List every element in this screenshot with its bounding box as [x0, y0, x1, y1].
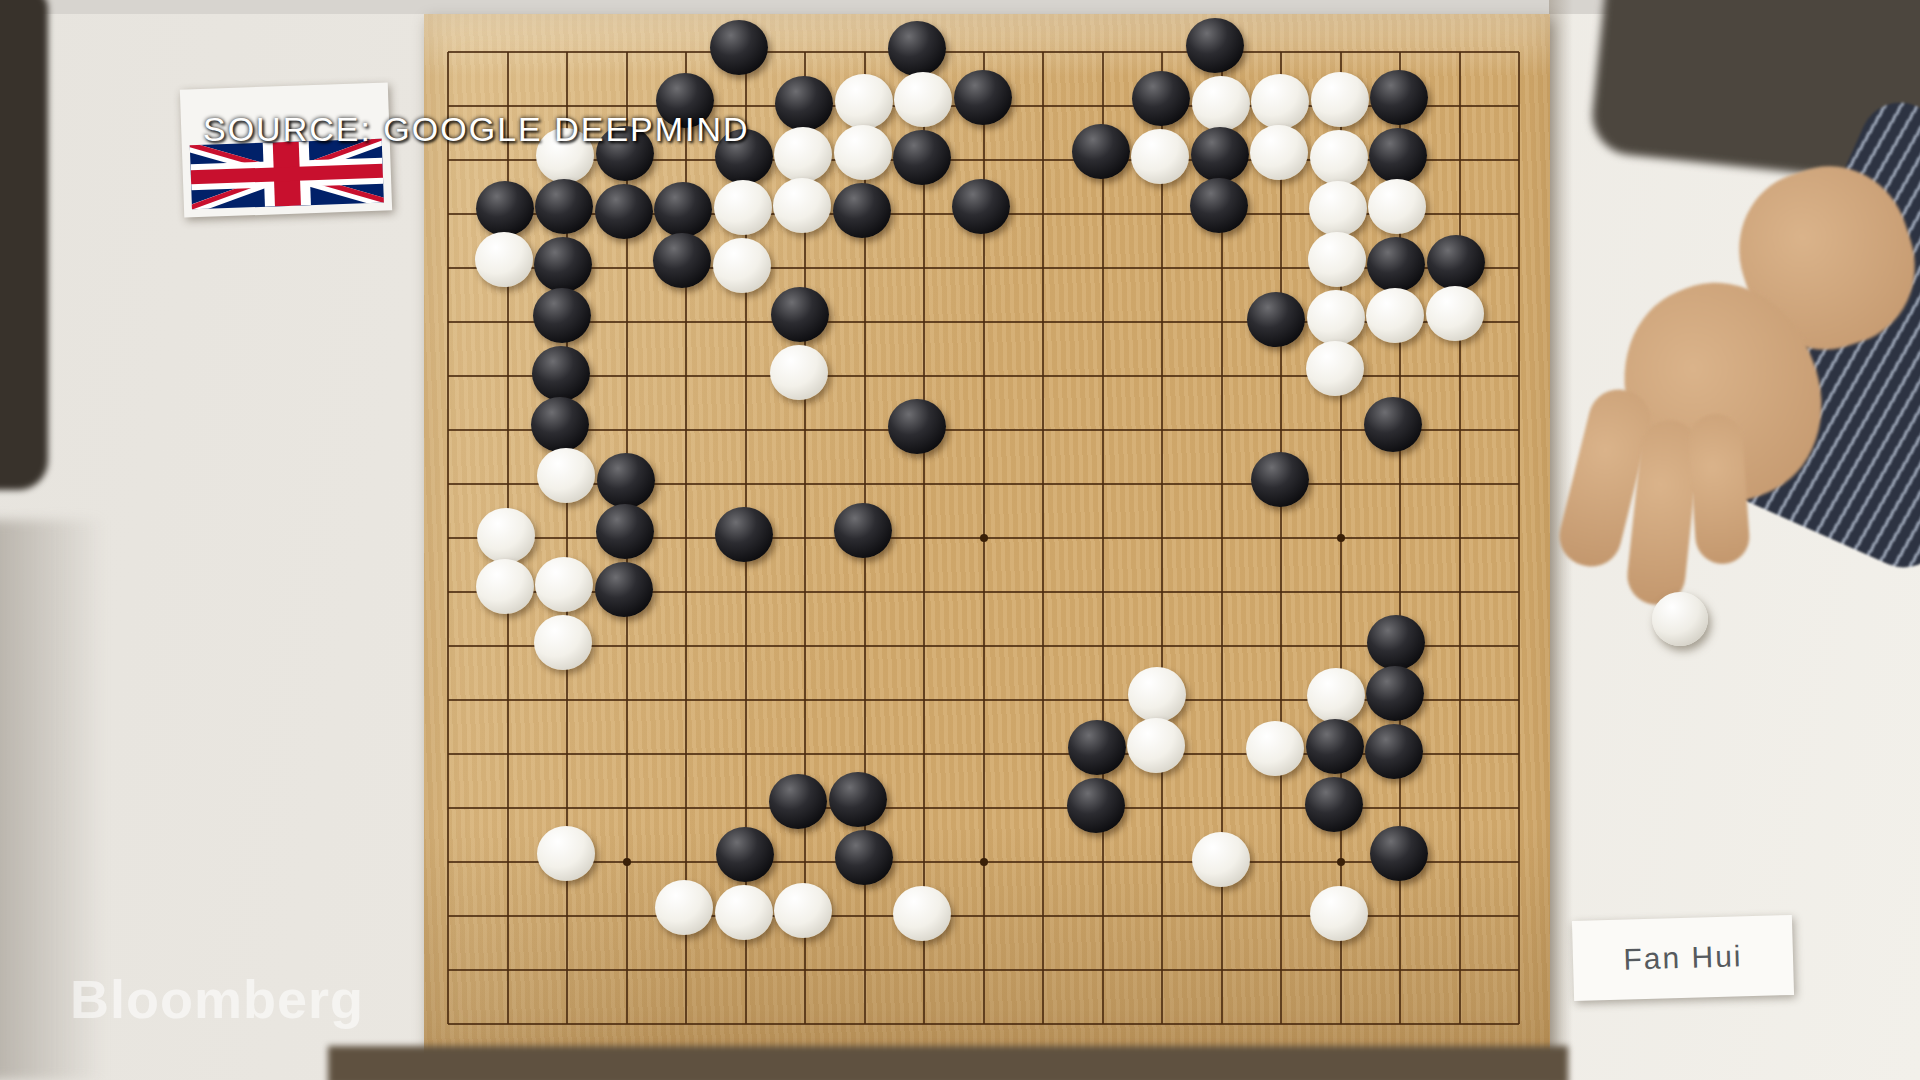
black-stone: [1247, 292, 1305, 347]
white-stone: [1192, 76, 1250, 131]
white-stone: [1246, 721, 1304, 776]
black-stone: [954, 70, 1012, 125]
black-stone: [715, 507, 773, 562]
black-stone: [1191, 127, 1249, 182]
black-stone: [595, 562, 653, 617]
white-stone: [1426, 286, 1484, 341]
white-stone: [835, 74, 893, 129]
uk-flag-icon: [190, 139, 384, 210]
white-stone: [477, 508, 535, 563]
white-stone: [1250, 125, 1308, 180]
star-point: [980, 534, 988, 542]
grid-line-vertical: [1280, 52, 1282, 1024]
black-stone: [829, 772, 887, 827]
white-stone: [1307, 290, 1365, 345]
black-stone: [535, 179, 593, 234]
black-stone: [654, 182, 712, 237]
star-point: [623, 858, 631, 866]
black-stone: [771, 287, 829, 342]
player-finger: [1687, 412, 1751, 565]
white-stone: [1127, 718, 1185, 773]
black-stone: [595, 184, 653, 239]
white-stone: [773, 178, 831, 233]
grid-line-horizontal: [448, 969, 1519, 971]
white-stone: [1131, 129, 1189, 184]
grid-line-vertical: [1459, 52, 1461, 1024]
white-stone: [1309, 181, 1367, 236]
black-stone: [596, 504, 654, 559]
black-stone: [532, 346, 590, 401]
white-stone: [1307, 668, 1365, 723]
white-stone: [537, 448, 595, 503]
black-stone: [1305, 777, 1363, 832]
black-stone: [835, 830, 893, 885]
white-stone: [1368, 179, 1426, 234]
black-stone: [1190, 178, 1248, 233]
black-stone: [888, 21, 946, 76]
white-stone: [770, 345, 828, 400]
black-stone: [1251, 452, 1309, 507]
white-stone: [1366, 288, 1424, 343]
black-stone: [833, 183, 891, 238]
black-stone: [1186, 18, 1244, 73]
white-stone: [1128, 667, 1186, 722]
white-stone: [715, 885, 773, 940]
white-stone: [1311, 72, 1369, 127]
black-stone: [775, 76, 833, 131]
black-stone: [710, 20, 768, 75]
black-stone: [1367, 615, 1425, 670]
white-stone: [655, 880, 713, 935]
black-stone: [1370, 826, 1428, 881]
video-frame: SOURCE: GOOGLE DEEPMIND Bloomberg Fan Hu…: [0, 0, 1920, 1080]
white-stone: [1310, 886, 1368, 941]
black-stone: [893, 130, 951, 185]
bloomberg-watermark: Bloomberg: [70, 968, 364, 1030]
black-stone: [1427, 235, 1485, 290]
white-stone: [1192, 832, 1250, 887]
black-stone: [1367, 237, 1425, 292]
black-stone: [1370, 70, 1428, 125]
source-caption: SOURCE: GOOGLE DEEPMIND: [203, 110, 750, 149]
black-stone: [1366, 666, 1424, 721]
star-point: [1337, 534, 1345, 542]
white-stone: [534, 615, 592, 670]
white-stone: [714, 180, 772, 235]
black-stone: [653, 233, 711, 288]
white-stone: [834, 125, 892, 180]
captured-white-stone: [1652, 592, 1708, 646]
black-stone: [1365, 724, 1423, 779]
black-stone: [534, 237, 592, 292]
player-name-label: Fan Hui: [1623, 939, 1743, 976]
black-stone: [888, 399, 946, 454]
black-stone: [716, 827, 774, 882]
white-stone: [537, 826, 595, 881]
white-stone: [894, 72, 952, 127]
white-stone: [475, 232, 533, 287]
player-name-card: Fan Hui: [1572, 915, 1794, 1001]
black-stone: [531, 397, 589, 452]
grid-line-horizontal: [448, 645, 1519, 647]
black-stone: [769, 774, 827, 829]
white-stone: [774, 883, 832, 938]
left-person-shadow: [0, 0, 48, 490]
go-board: [424, 14, 1550, 1054]
black-stone: [952, 179, 1010, 234]
grid-line-vertical: [1102, 52, 1104, 1024]
black-stone: [1369, 128, 1427, 183]
white-stone: [476, 559, 534, 614]
white-stone: [1251, 74, 1309, 129]
star-point: [1337, 858, 1345, 866]
board-bottom-shadow: [328, 1046, 1568, 1080]
black-stone: [476, 181, 534, 236]
black-stone: [1067, 778, 1125, 833]
uk-flag-card: [180, 82, 392, 217]
grid-line-vertical: [1042, 52, 1044, 1024]
black-stone: [1132, 71, 1190, 126]
star-point: [980, 858, 988, 866]
grid-line-vertical: [1161, 52, 1163, 1024]
white-stone: [713, 238, 771, 293]
black-stone: [834, 503, 892, 558]
white-stone: [535, 557, 593, 612]
black-stone: [533, 288, 591, 343]
black-stone: [1072, 124, 1130, 179]
white-stone: [774, 127, 832, 182]
white-stone: [1310, 130, 1368, 185]
black-stone: [1306, 719, 1364, 774]
grid-line-horizontal: [448, 1023, 1519, 1025]
black-stone: [1068, 720, 1126, 775]
grid-line-vertical: [1518, 52, 1520, 1024]
black-stone: [1364, 397, 1422, 452]
white-stone: [1306, 341, 1364, 396]
black-stone: [597, 453, 655, 508]
white-stone: [893, 886, 951, 941]
white-stone: [1308, 232, 1366, 287]
